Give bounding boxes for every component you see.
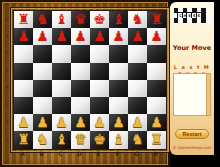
- square-e5[interactable]: [90, 63, 109, 80]
- square-g6[interactable]: [128, 45, 147, 62]
- square-b8[interactable]: ♞: [33, 11, 52, 28]
- square-h7[interactable]: ♟: [147, 28, 166, 45]
- square-h4[interactable]: [147, 80, 166, 97]
- wooden-board-frame: ♜♞♝♛♚♝♞♜♟♟♟♟♟♟♟♟♟♟♟♟♟♟♟♟♜♞♝♛♚♝♞♜ 8765432…: [0, 0, 170, 167]
- square-f3[interactable]: [109, 97, 128, 114]
- square-b6[interactable]: [33, 45, 52, 62]
- square-a6[interactable]: [14, 45, 33, 62]
- square-d7[interactable]: ♟: [71, 28, 90, 45]
- square-b1[interactable]: ♞: [33, 131, 52, 148]
- square-h1[interactable]: ♜: [147, 131, 166, 148]
- square-c3[interactable]: [52, 97, 71, 114]
- square-e8[interactable]: ♚: [90, 11, 109, 28]
- rank-labels: 87654321: [3, 10, 11, 148]
- square-f1[interactable]: ♝: [109, 131, 128, 148]
- square-c6[interactable]: [52, 45, 71, 62]
- square-f6[interactable]: [109, 45, 128, 62]
- square-a1[interactable]: ♜: [14, 131, 33, 148]
- rank-label-1: 1: [3, 130, 11, 147]
- rank-label-3: 3: [3, 96, 11, 113]
- square-h3[interactable]: [147, 97, 166, 114]
- file-label-f: F: [108, 150, 127, 158]
- square-f2[interactable]: ♟: [109, 114, 128, 131]
- moves-scrollbar[interactable]: [206, 74, 211, 115]
- square-e7[interactable]: ♟: [90, 28, 109, 45]
- square-g5[interactable]: [128, 63, 147, 80]
- yellow-piece-b: ♝: [55, 131, 68, 148]
- chess-logo: CHESS: [174, 8, 211, 23]
- file-label-g: G: [127, 150, 146, 158]
- red-piece-r: ♜: [150, 11, 163, 28]
- square-a8[interactable]: ♜: [14, 11, 33, 28]
- square-d4[interactable]: [71, 80, 90, 97]
- square-e3[interactable]: [90, 97, 109, 114]
- file-label-h: H: [146, 150, 165, 158]
- red-piece-p: ♟: [36, 28, 49, 45]
- rank-label-8: 8: [3, 10, 11, 27]
- square-d1[interactable]: ♛: [71, 131, 90, 148]
- red-piece-p: ♟: [93, 28, 106, 45]
- red-piece-p: ♟: [74, 28, 87, 45]
- rank-label-4: 4: [3, 79, 11, 96]
- logo-light-cell: [206, 18, 211, 23]
- red-piece-p: ♟: [150, 28, 163, 45]
- square-c7[interactable]: ♟: [52, 28, 71, 45]
- square-g3[interactable]: [128, 97, 147, 114]
- square-f5[interactable]: [109, 63, 128, 80]
- square-a4[interactable]: [14, 80, 33, 97]
- red-piece-r: ♜: [17, 11, 30, 28]
- yellow-piece-n: ♞: [131, 131, 144, 148]
- red-piece-p: ♟: [112, 28, 125, 45]
- yellow-piece-k: ♚: [93, 131, 106, 148]
- yellow-piece-p: ♟: [131, 114, 144, 131]
- yellow-piece-n: ♞: [36, 131, 49, 148]
- square-b2[interactable]: ♟: [33, 114, 52, 131]
- yellow-piece-p: ♟: [17, 114, 30, 131]
- square-b4[interactable]: [33, 80, 52, 97]
- chess-board[interactable]: ♜♞♝♛♚♝♞♜♟♟♟♟♟♟♟♟♟♟♟♟♟♟♟♟♜♞♝♛♚♝♞♜: [13, 10, 167, 150]
- square-c2[interactable]: ♟: [52, 114, 71, 131]
- yellow-piece-q: ♛: [74, 131, 87, 148]
- red-piece-b: ♝: [112, 11, 125, 28]
- yellow-piece-p: ♟: [150, 114, 163, 131]
- square-d3[interactable]: [71, 97, 90, 114]
- square-b5[interactable]: [33, 63, 52, 80]
- square-c5[interactable]: [52, 63, 71, 80]
- square-g8[interactable]: ♞: [128, 11, 147, 28]
- red-piece-n: ♞: [36, 11, 49, 28]
- square-a2[interactable]: ♟: [14, 114, 33, 131]
- file-label-c: C: [51, 150, 70, 158]
- yellow-piece-r: ♜: [17, 131, 30, 148]
- square-c1[interactable]: ♝: [52, 131, 71, 148]
- square-g2[interactable]: ♟: [128, 114, 147, 131]
- red-piece-p: ♟: [17, 28, 30, 45]
- status-text: Your Move: [170, 44, 214, 52]
- square-c8[interactable]: ♝: [52, 11, 71, 28]
- square-a5[interactable]: [14, 63, 33, 80]
- square-e2[interactable]: ♟: [90, 114, 109, 131]
- square-f7[interactable]: ♟: [109, 28, 128, 45]
- square-g4[interactable]: [128, 80, 147, 97]
- square-a3[interactable]: [14, 97, 33, 114]
- red-piece-k: ♚: [93, 11, 106, 28]
- yellow-piece-p: ♟: [55, 114, 68, 131]
- square-a7[interactable]: ♟: [14, 28, 33, 45]
- square-b7[interactable]: ♟: [33, 28, 52, 45]
- file-label-b: B: [32, 150, 51, 158]
- square-b3[interactable]: [33, 97, 52, 114]
- yellow-piece-p: ♟: [93, 114, 106, 131]
- rank-label-7: 7: [3, 27, 11, 44]
- yellow-piece-r: ♜: [150, 131, 163, 148]
- red-piece-n: ♞: [131, 11, 144, 28]
- rank-label-6: 6: [3, 44, 11, 61]
- square-e4[interactable]: [90, 80, 109, 97]
- square-e1[interactable]: ♚: [90, 131, 109, 148]
- square-d2[interactable]: ♟: [71, 114, 90, 131]
- moves-history-text: [175, 75, 205, 114]
- moves-history-box[interactable]: [173, 73, 211, 116]
- file-label-a: A: [13, 150, 32, 158]
- square-h5[interactable]: [147, 63, 166, 80]
- file-labels: ABCDEFGH: [13, 150, 165, 158]
- yellow-piece-b: ♝: [112, 131, 125, 148]
- square-d8[interactable]: ♛: [71, 11, 90, 28]
- square-d5[interactable]: [71, 63, 90, 80]
- sidebar-panel: CHESS Your Move L a s t M o v e s Restar…: [170, 2, 214, 155]
- yellow-piece-p: ♟: [112, 114, 125, 131]
- red-piece-b: ♝: [55, 11, 68, 28]
- footer-credit: © Gamesheep.com: [170, 145, 214, 150]
- square-f4[interactable]: [109, 80, 128, 97]
- yellow-piece-p: ♟: [36, 114, 49, 131]
- square-h8[interactable]: ♜: [147, 11, 166, 28]
- file-label-d: D: [70, 150, 89, 158]
- restart-button[interactable]: Restart: [175, 129, 209, 139]
- square-h6[interactable]: [147, 45, 166, 62]
- square-h2[interactable]: ♟: [147, 114, 166, 131]
- square-c4[interactable]: [52, 80, 71, 97]
- square-d6[interactable]: [71, 45, 90, 62]
- square-e6[interactable]: [90, 45, 109, 62]
- rank-label-5: 5: [3, 62, 11, 79]
- red-piece-q: ♛: [74, 11, 87, 28]
- yellow-piece-p: ♟: [74, 114, 87, 131]
- square-f8[interactable]: ♝: [109, 11, 128, 28]
- red-piece-p: ♟: [131, 28, 144, 45]
- rank-label-2: 2: [3, 113, 11, 130]
- red-piece-p: ♟: [55, 28, 68, 45]
- square-g7[interactable]: ♟: [128, 28, 147, 45]
- file-label-e: E: [89, 150, 108, 158]
- square-g1[interactable]: ♞: [128, 131, 147, 148]
